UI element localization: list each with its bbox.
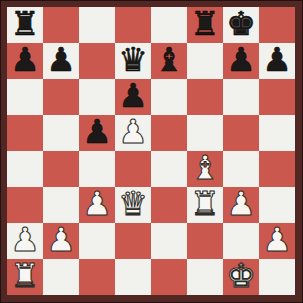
square-g6[interactable]	[223, 79, 259, 115]
square-h2[interactable]: ♟	[259, 223, 295, 259]
square-c2[interactable]	[79, 223, 115, 259]
square-b5[interactable]	[43, 115, 79, 151]
square-g2[interactable]	[223, 223, 259, 259]
black-pawn-piece[interactable]: ♟	[46, 43, 76, 78]
square-f6[interactable]	[187, 79, 223, 115]
square-a1[interactable]: ♜	[7, 259, 43, 295]
square-f7[interactable]	[187, 43, 223, 79]
white-rook-piece[interactable]: ♜	[10, 259, 40, 294]
square-c5[interactable]: ♟	[79, 115, 115, 151]
square-h4[interactable]	[259, 151, 295, 187]
black-king-piece[interactable]: ♚	[226, 7, 256, 42]
square-a4[interactable]	[7, 151, 43, 187]
black-pawn-piece[interactable]: ♟	[118, 79, 148, 114]
chess-board-frame: ♜♜♚♟♟♛♝♟♟♟♟♟♝♟♛♜♟♟♟♟♜♚	[0, 0, 303, 303]
square-b8[interactable]	[43, 7, 79, 43]
square-h6[interactable]	[259, 79, 295, 115]
chess-board: ♜♜♚♟♟♛♝♟♟♟♟♟♝♟♛♜♟♟♟♟♜♚	[7, 7, 295, 295]
white-pawn-piece[interactable]: ♟	[82, 187, 112, 222]
square-c3[interactable]: ♟	[79, 187, 115, 223]
white-king-piece[interactable]: ♚	[226, 259, 256, 294]
square-e6[interactable]	[151, 79, 187, 115]
square-e2[interactable]	[151, 223, 187, 259]
square-b7[interactable]: ♟	[43, 43, 79, 79]
square-f2[interactable]	[187, 223, 223, 259]
square-g7[interactable]: ♟	[223, 43, 259, 79]
square-d8[interactable]	[115, 7, 151, 43]
square-e8[interactable]	[151, 7, 187, 43]
square-a8[interactable]: ♜	[7, 7, 43, 43]
square-c8[interactable]	[79, 7, 115, 43]
square-a7[interactable]: ♟	[7, 43, 43, 79]
square-d2[interactable]	[115, 223, 151, 259]
black-pawn-piece[interactable]: ♟	[262, 43, 292, 78]
square-e7[interactable]: ♝	[151, 43, 187, 79]
white-pawn-piece[interactable]: ♟	[226, 187, 256, 222]
black-bishop-piece[interactable]: ♝	[154, 43, 184, 78]
square-f1[interactable]	[187, 259, 223, 295]
square-a2[interactable]: ♟	[7, 223, 43, 259]
white-pawn-piece[interactable]: ♟	[262, 223, 292, 258]
white-pawn-piece[interactable]: ♟	[10, 223, 40, 258]
black-rook-piece[interactable]: ♜	[190, 7, 220, 42]
white-pawn-piece[interactable]: ♟	[46, 223, 76, 258]
square-f3[interactable]: ♜	[187, 187, 223, 223]
square-a6[interactable]	[7, 79, 43, 115]
square-g5[interactable]	[223, 115, 259, 151]
square-a3[interactable]	[7, 187, 43, 223]
square-b2[interactable]: ♟	[43, 223, 79, 259]
square-h7[interactable]: ♟	[259, 43, 295, 79]
square-h3[interactable]	[259, 187, 295, 223]
black-pawn-piece[interactable]: ♟	[10, 43, 40, 78]
square-f4[interactable]: ♝	[187, 151, 223, 187]
white-queen-piece[interactable]: ♛	[118, 187, 148, 222]
square-h5[interactable]	[259, 115, 295, 151]
square-e4[interactable]	[151, 151, 187, 187]
square-c6[interactable]	[79, 79, 115, 115]
square-b1[interactable]	[43, 259, 79, 295]
square-g8[interactable]: ♚	[223, 7, 259, 43]
square-d4[interactable]	[115, 151, 151, 187]
square-h1[interactable]	[259, 259, 295, 295]
square-d5[interactable]: ♟	[115, 115, 151, 151]
black-pawn-piece[interactable]: ♟	[226, 43, 256, 78]
square-d1[interactable]	[115, 259, 151, 295]
square-c4[interactable]	[79, 151, 115, 187]
square-b4[interactable]	[43, 151, 79, 187]
square-d7[interactable]: ♛	[115, 43, 151, 79]
white-pawn-piece[interactable]: ♟	[118, 115, 148, 150]
black-pawn-piece[interactable]: ♟	[82, 115, 112, 150]
square-c1[interactable]	[79, 259, 115, 295]
square-e5[interactable]	[151, 115, 187, 151]
square-g4[interactable]	[223, 151, 259, 187]
square-g3[interactable]: ♟	[223, 187, 259, 223]
square-a5[interactable]	[7, 115, 43, 151]
black-rook-piece[interactable]: ♜	[10, 7, 40, 42]
square-d3[interactable]: ♛	[115, 187, 151, 223]
square-h8[interactable]	[259, 7, 295, 43]
square-b3[interactable]	[43, 187, 79, 223]
square-f5[interactable]	[187, 115, 223, 151]
square-f8[interactable]: ♜	[187, 7, 223, 43]
square-d6[interactable]: ♟	[115, 79, 151, 115]
square-g1[interactable]: ♚	[223, 259, 259, 295]
white-rook-piece[interactable]: ♜	[190, 187, 220, 222]
white-bishop-piece[interactable]: ♝	[190, 151, 220, 186]
square-b6[interactable]	[43, 79, 79, 115]
square-c7[interactable]	[79, 43, 115, 79]
black-queen-piece[interactable]: ♛	[118, 43, 148, 78]
square-e1[interactable]	[151, 259, 187, 295]
square-e3[interactable]	[151, 187, 187, 223]
